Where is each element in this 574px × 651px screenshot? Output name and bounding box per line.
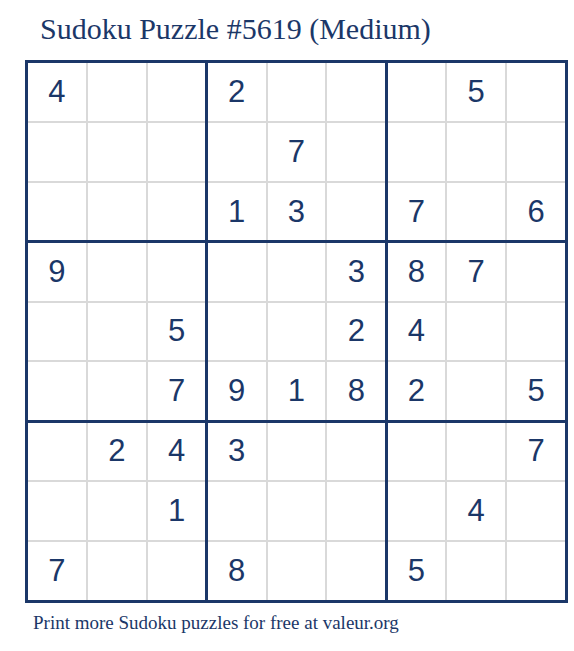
cell-r8c2 [88,482,146,540]
cell-r3c1 [28,183,86,241]
cell-r1c9 [507,63,565,121]
page-title: Sudoku Puzzle #5619 (Medium) [40,12,431,46]
cell-r8c7 [387,482,445,540]
cell-r8c9 [507,482,565,540]
cell-r8c8: 4 [447,482,505,540]
cell-r1c4: 2 [208,63,266,121]
cell-r7c8 [447,422,505,480]
cell-r9c4: 8 [208,542,266,600]
footer-text: Print more Sudoku puzzles for free at va… [33,612,399,634]
cell-r6c4: 9 [208,362,266,420]
cell-r7c3: 4 [148,422,206,480]
cell-r6c5: 1 [268,362,326,420]
cell-r6c7: 2 [387,362,445,420]
cell-r5c1 [28,303,86,361]
cell-r1c5 [268,63,326,121]
cell-r2c6 [327,123,385,181]
cell-r4c9 [507,243,565,301]
cell-r4c2 [88,243,146,301]
sudoku-print-page: Sudoku Puzzle #5619 (Medium) 42571376938… [0,0,574,651]
cell-r5c5 [268,303,326,361]
cell-r2c3 [148,123,206,181]
cell-r6c1 [28,362,86,420]
cell-r3c4: 1 [208,183,266,241]
cell-r7c6 [327,422,385,480]
cell-r3c6 [327,183,385,241]
cell-r7c4: 3 [208,422,266,480]
cell-r9c3 [148,542,206,600]
cell-r6c9: 5 [507,362,565,420]
cell-r4c8: 7 [447,243,505,301]
cell-r9c5 [268,542,326,600]
cell-r4c7: 8 [387,243,445,301]
cell-r9c9 [507,542,565,600]
cell-r2c1 [28,123,86,181]
cell-r8c6 [327,482,385,540]
cell-r4c4 [208,243,266,301]
cell-r4c3 [148,243,206,301]
cell-r3c7: 7 [387,183,445,241]
cell-r8c1 [28,482,86,540]
cell-r1c8: 5 [447,63,505,121]
cell-r4c6: 3 [327,243,385,301]
cell-r8c3: 1 [148,482,206,540]
cell-r5c7: 4 [387,303,445,361]
cell-r2c5: 7 [268,123,326,181]
cell-r4c1: 9 [28,243,86,301]
cell-r6c8 [447,362,505,420]
cell-r5c3: 5 [148,303,206,361]
cell-r5c6: 2 [327,303,385,361]
cell-r9c2 [88,542,146,600]
sudoku-board: 425713769387524791825243714785 [25,60,568,603]
cell-r7c7 [387,422,445,480]
cell-r9c6 [327,542,385,600]
cell-r9c1: 7 [28,542,86,600]
cell-r1c3 [148,63,206,121]
cell-r2c8 [447,123,505,181]
cell-r1c1: 4 [28,63,86,121]
cell-r5c9 [507,303,565,361]
cell-r7c2: 2 [88,422,146,480]
cell-r8c4 [208,482,266,540]
cell-r6c2 [88,362,146,420]
cell-r4c5 [268,243,326,301]
cell-r5c2 [88,303,146,361]
cell-r3c8 [447,183,505,241]
cell-r6c6: 8 [327,362,385,420]
cell-r5c8 [447,303,505,361]
cell-r3c2 [88,183,146,241]
cell-r3c9: 6 [507,183,565,241]
cell-r8c5 [268,482,326,540]
cell-r1c7 [387,63,445,121]
cell-r2c7 [387,123,445,181]
cell-r2c9 [507,123,565,181]
cell-r9c8 [447,542,505,600]
cell-r2c2 [88,123,146,181]
cell-r1c6 [327,63,385,121]
cell-r1c2 [88,63,146,121]
cell-r3c5: 3 [268,183,326,241]
cell-r6c3: 7 [148,362,206,420]
cell-r2c4 [208,123,266,181]
sudoku-grid: 425713769387524791825243714785 [28,63,565,600]
cell-r7c1 [28,422,86,480]
cell-r5c4 [208,303,266,361]
cell-r7c9: 7 [507,422,565,480]
cell-r7c5 [268,422,326,480]
cell-r3c3 [148,183,206,241]
cell-r9c7: 5 [387,542,445,600]
